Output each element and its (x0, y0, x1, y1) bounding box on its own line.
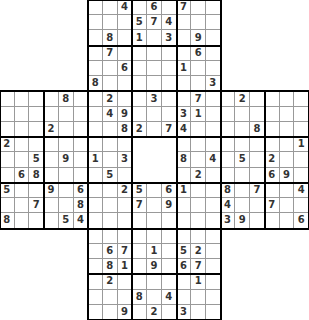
cell-r20c8[interactable] (103, 290, 118, 305)
cell-r7c4[interactable] (44, 91, 59, 106)
cell-r14c6[interactable]: 8 (74, 198, 89, 213)
cell-r20c15[interactable] (206, 290, 221, 305)
cell-r6c7[interactable]: 8 (88, 76, 103, 91)
cell-r21c8[interactable] (103, 305, 118, 320)
given-digit: 6 (165, 185, 172, 195)
cell-r7c11[interactable]: 3 (147, 91, 162, 106)
cell-r16c15[interactable] (206, 229, 221, 244)
cell-r12c2[interactable]: 6 (15, 168, 30, 183)
cell-r14c14[interactable] (191, 198, 206, 213)
cell-r8c6[interactable] (74, 107, 89, 122)
cell-r15c20[interactable] (280, 213, 295, 228)
cell-r12c21[interactable] (294, 168, 309, 183)
cell-r13c1[interactable]: 5 (0, 183, 15, 198)
cell-r1c14[interactable] (191, 0, 206, 15)
cell-r9c14[interactable] (191, 122, 206, 137)
cell-r7c1[interactable] (0, 91, 15, 106)
cell-r14c20[interactable] (280, 198, 295, 213)
cell-r8c3[interactable] (29, 107, 44, 122)
cell-r13c18[interactable]: 7 (250, 183, 265, 198)
cell-r11c14[interactable] (191, 152, 206, 167)
cell-r15c11[interactable] (147, 213, 162, 228)
cell-r16c11[interactable] (147, 229, 162, 244)
cell-r10c21[interactable]: 1 (294, 137, 309, 152)
cell-r15c8[interactable] (103, 213, 118, 228)
cell-r5c8[interactable] (103, 61, 118, 76)
cell-r12c14[interactable]: 2 (191, 168, 206, 183)
cell-r2c15[interactable] (206, 15, 221, 30)
cell-r1c9[interactable]: 4 (118, 0, 133, 15)
cell-r12c19[interactable]: 6 (265, 168, 280, 183)
cell-r9c13[interactable]: 4 (177, 122, 192, 137)
cell-r5c14[interactable] (191, 61, 206, 76)
cell-r9c18[interactable]: 8 (250, 122, 265, 137)
given-digit: 1 (92, 154, 99, 164)
cell-r15c21[interactable]: 6 (294, 213, 309, 228)
cell-r13c13[interactable]: 1 (177, 183, 192, 198)
cell-r3c10[interactable]: 1 (132, 30, 147, 45)
cell-r3c9[interactable] (118, 30, 133, 45)
given-digit: 7 (165, 124, 172, 134)
cell-r21c13[interactable]: 3 (177, 305, 192, 320)
cell-r18c15[interactable] (206, 259, 221, 274)
cell-r9c9[interactable]: 8 (118, 122, 133, 137)
cell-r14c5[interactable] (59, 198, 74, 213)
given-digit: 1 (151, 246, 158, 256)
cell-r8c5[interactable] (59, 107, 74, 122)
cell-r20c13[interactable] (177, 290, 192, 305)
cell-r12c16[interactable] (221, 168, 236, 183)
cell-r7c19[interactable] (265, 91, 280, 106)
given-digit: 3 (180, 109, 187, 119)
cell-r4c11[interactable] (147, 46, 162, 61)
cell-r15c1[interactable]: 8 (0, 213, 15, 228)
cell-r17c10[interactable] (132, 244, 147, 259)
cell-r5c13[interactable]: 1 (177, 61, 192, 76)
cell-r14c16[interactable]: 4 (221, 198, 236, 213)
cell-r10c14[interactable] (191, 137, 206, 152)
cell-r7c7[interactable] (88, 91, 103, 106)
cell-r2c13[interactable] (177, 15, 192, 30)
cell-r1c7[interactable] (88, 0, 103, 15)
cell-r18c9[interactable]: 1 (118, 259, 133, 274)
cell-r7c20[interactable] (280, 91, 295, 106)
cell-r11c6[interactable] (74, 152, 89, 167)
cell-r13c8[interactable] (103, 183, 118, 198)
cell-r16c13[interactable] (177, 229, 192, 244)
cell-r13c6[interactable]: 6 (74, 183, 89, 198)
cell-r8c15[interactable] (206, 107, 221, 122)
given-digit: 2 (3, 139, 10, 149)
cell-r8c4[interactable] (44, 107, 59, 122)
cell-r3c15[interactable] (206, 30, 221, 45)
cell-r12c3[interactable]: 8 (29, 168, 44, 183)
cell-r2c7[interactable] (88, 15, 103, 30)
cell-r13c4[interactable]: 9 (44, 183, 59, 198)
cell-r8c16[interactable] (221, 107, 236, 122)
cell-r10c7[interactable] (88, 137, 103, 152)
cell-r9c15[interactable] (206, 122, 221, 137)
cell-r19c7[interactable] (88, 274, 103, 289)
cell-r17c11[interactable]: 1 (147, 244, 162, 259)
cell-r4c12[interactable] (162, 46, 177, 61)
cell-r11c5[interactable]: 9 (59, 152, 74, 167)
cell-r14c12[interactable]: 9 (162, 198, 177, 213)
cell-r2c12[interactable]: 4 (162, 15, 177, 30)
cell-r13c19[interactable] (265, 183, 280, 198)
cell-r11c8[interactable] (103, 152, 118, 167)
cell-r17c12[interactable] (162, 244, 177, 259)
cell-r8c13[interactable]: 3 (177, 107, 192, 122)
cell-r8c9[interactable]: 9 (118, 107, 133, 122)
cell-r8c20[interactable] (280, 107, 295, 122)
cell-r19c11[interactable] (147, 274, 162, 289)
cell-r10c15[interactable] (206, 137, 221, 152)
cell-r18c7[interactable] (88, 259, 103, 274)
cell-r6c9[interactable] (118, 76, 133, 91)
cell-r13c17[interactable] (235, 183, 250, 198)
cell-r17c9[interactable]: 7 (118, 244, 133, 259)
cell-r18c14[interactable]: 7 (191, 259, 206, 274)
cell-r1c11[interactable]: 6 (147, 0, 162, 15)
cell-r15c17[interactable]: 9 (235, 213, 250, 228)
cell-r9c3[interactable] (29, 122, 44, 137)
cell-r20c9[interactable] (118, 290, 133, 305)
cell-r11c20[interactable] (280, 152, 295, 167)
cell-r10c3[interactable] (29, 137, 44, 152)
cell-r10c19[interactable] (265, 137, 280, 152)
cell-r10c5[interactable] (59, 137, 74, 152)
cell-r7c16[interactable] (221, 91, 236, 106)
cell-r19c13[interactable] (177, 274, 192, 289)
cell-r15c9[interactable] (118, 213, 133, 228)
given-digit: 6 (268, 170, 275, 180)
cell-r20c10[interactable]: 8 (132, 290, 147, 305)
cell-r12c13[interactable] (177, 168, 192, 183)
cell-r9c1[interactable] (0, 122, 15, 137)
cell-r13c12[interactable]: 6 (162, 183, 177, 198)
cell-r7c3[interactable] (29, 91, 44, 106)
cell-r11c19[interactable]: 2 (265, 152, 280, 167)
cell-r19c8[interactable]: 2 (103, 274, 118, 289)
cell-r7c10[interactable] (132, 91, 147, 106)
cell-r14c15[interactable] (206, 198, 221, 213)
cell-r16c8[interactable] (103, 229, 118, 244)
cell-r21c15[interactable] (206, 305, 221, 320)
cell-r2c9[interactable] (118, 15, 133, 30)
cell-r12c7[interactable] (88, 168, 103, 183)
cell-r11c15[interactable]: 4 (206, 152, 221, 167)
cell-r4c13[interactable] (177, 46, 192, 61)
cell-r9c4[interactable]: 2 (44, 122, 59, 137)
cell-r11c3[interactable]: 5 (29, 152, 44, 167)
cell-r6c11[interactable] (147, 76, 162, 91)
cell-r13c7[interactable] (88, 183, 103, 198)
cell-r10c20[interactable] (280, 137, 295, 152)
cell-r12c4[interactable] (44, 168, 59, 183)
cell-r13c16[interactable]: 8 (221, 183, 236, 198)
cell-r4c10[interactable] (132, 46, 147, 61)
cell-r14c9[interactable] (118, 198, 133, 213)
cell-r3c11[interactable] (147, 30, 162, 45)
cell-r15c13[interactable] (177, 213, 192, 228)
cell-r9c12[interactable]: 7 (162, 122, 177, 137)
cell-r3c12[interactable]: 3 (162, 30, 177, 45)
given-digit: 4 (209, 154, 216, 164)
cell-r1c13[interactable]: 7 (177, 0, 192, 15)
cell-r7c21[interactable] (294, 91, 309, 106)
cell-r6c8[interactable] (103, 76, 118, 91)
cell-r14c17[interactable] (235, 198, 250, 213)
cell-r15c16[interactable]: 3 (221, 213, 236, 228)
cell-r4c7[interactable] (88, 46, 103, 61)
cell-r12c20[interactable]: 9 (280, 168, 295, 183)
cell-r7c9[interactable] (118, 91, 133, 106)
cell-r16c10[interactable] (132, 229, 147, 244)
cell-r19c10[interactable] (132, 274, 147, 289)
cell-r16c12[interactable] (162, 229, 177, 244)
cell-r21c9[interactable]: 9 (118, 305, 133, 320)
cell-r9c7[interactable] (88, 122, 103, 137)
cell-r12c8[interactable]: 5 (103, 168, 118, 183)
cell-r5c15[interactable] (206, 61, 221, 76)
cell-r9c10[interactable]: 2 (132, 122, 147, 137)
given-digit: 8 (106, 261, 113, 271)
cell-r8c19[interactable] (265, 107, 280, 122)
cell-r18c11[interactable]: 9 (147, 259, 162, 274)
cell-r14c3[interactable]: 7 (29, 198, 44, 213)
cell-r18c12[interactable] (162, 259, 177, 274)
cell-r13c20[interactable] (280, 183, 295, 198)
cell-r15c7[interactable] (88, 213, 103, 228)
cell-r9c6[interactable] (74, 122, 89, 137)
cell-r11c13[interactable]: 8 (177, 152, 192, 167)
cell-r19c14[interactable]: 1 (191, 274, 206, 289)
cell-r13c10[interactable]: 5 (132, 183, 147, 198)
cell-r13c2[interactable] (15, 183, 30, 198)
cell-r8c17[interactable] (235, 107, 250, 122)
cell-r3c7[interactable] (88, 30, 103, 45)
cell-r10c1[interactable]: 2 (0, 137, 15, 152)
cell-r14c18[interactable] (250, 198, 265, 213)
cell-r12c1[interactable] (0, 168, 15, 183)
cell-r5c10[interactable] (132, 61, 147, 76)
cell-r21c12[interactable] (162, 305, 177, 320)
cell-r14c7[interactable] (88, 198, 103, 213)
cell-r1c15[interactable] (206, 0, 221, 15)
cell-r11c16[interactable] (221, 152, 236, 167)
cell-r10c16[interactable] (221, 137, 236, 152)
cell-r5c12[interactable] (162, 61, 177, 76)
cell-r3c14[interactable]: 9 (191, 30, 206, 45)
given-digit: 8 (62, 94, 69, 104)
cell-r14c11[interactable] (147, 198, 162, 213)
cell-r1c8[interactable] (103, 0, 118, 15)
cell-r15c14[interactable] (191, 213, 206, 228)
cell-r19c12[interactable] (162, 274, 177, 289)
cell-r8c7[interactable] (88, 107, 103, 122)
cell-r6c10[interactable] (132, 76, 147, 91)
cell-r9c20[interactable] (280, 122, 295, 137)
cell-r21c11[interactable]: 2 (147, 305, 162, 320)
cell-r15c3[interactable] (29, 213, 44, 228)
cell-r9c16[interactable] (221, 122, 236, 137)
cell-r3c13[interactable] (177, 30, 192, 45)
cell-r11c2[interactable] (15, 152, 30, 167)
cell-r6c12[interactable] (162, 76, 177, 91)
cell-r10c9[interactable] (118, 137, 133, 152)
cell-r16c9[interactable] (118, 229, 133, 244)
cell-r13c5[interactable] (59, 183, 74, 198)
cell-r7c15[interactable] (206, 91, 221, 106)
cell-r8c11[interactable] (147, 107, 162, 122)
cell-r10c8[interactable] (103, 137, 118, 152)
cell-r7c8[interactable]: 2 (103, 91, 118, 106)
cell-r5c11[interactable] (147, 61, 162, 76)
cell-r13c9[interactable]: 2 (118, 183, 133, 198)
cell-r13c21[interactable]: 4 (294, 183, 309, 198)
cell-r21c7[interactable] (88, 305, 103, 320)
cell-r12c5[interactable] (59, 168, 74, 183)
cell-r20c14[interactable] (191, 290, 206, 305)
cell-r10c4[interactable] (44, 137, 59, 152)
cell-r11c7[interactable]: 1 (88, 152, 103, 167)
cell-r9c17[interactable] (235, 122, 250, 137)
cell-r18c10[interactable] (132, 259, 147, 274)
cell-r15c2[interactable] (15, 213, 30, 228)
cell-r15c12[interactable] (162, 213, 177, 228)
cell-r10c6[interactable] (74, 137, 89, 152)
cell-r13c15[interactable] (206, 183, 221, 198)
given-digit: 9 (62, 154, 69, 164)
cell-r4c8[interactable]: 7 (103, 46, 118, 61)
cell-r14c21[interactable] (294, 198, 309, 213)
cell-r2c10[interactable]: 5 (132, 15, 147, 30)
cell-r14c8[interactable] (103, 198, 118, 213)
cell-r9c11[interactable] (147, 122, 162, 137)
cell-r8c10[interactable] (132, 107, 147, 122)
cell-r12c9[interactable] (118, 168, 133, 183)
cell-r12c6[interactable] (74, 168, 89, 183)
cell-r14c19[interactable]: 7 (265, 198, 280, 213)
cell-r17c14[interactable]: 2 (191, 244, 206, 259)
cell-r2c11[interactable]: 7 (147, 15, 162, 30)
cell-r14c13[interactable] (177, 198, 192, 213)
cell-r13c14[interactable] (191, 183, 206, 198)
cell-r6c14[interactable] (191, 76, 206, 91)
cell-r17c15[interactable] (206, 244, 221, 259)
cell-r20c11[interactable] (147, 290, 162, 305)
cell-r4c14[interactable]: 6 (191, 46, 206, 61)
cell-r15c15[interactable] (206, 213, 221, 228)
cell-r10c18[interactable] (250, 137, 265, 152)
cell-r2c14[interactable] (191, 15, 206, 30)
cell-r17c7[interactable] (88, 244, 103, 259)
cell-r11c18[interactable] (250, 152, 265, 167)
cell-r7c17[interactable]: 2 (235, 91, 250, 106)
cell-r7c2[interactable] (15, 91, 30, 106)
cell-r14c2[interactable] (15, 198, 30, 213)
cell-r10c13[interactable] (177, 137, 192, 152)
cell-r11c21[interactable] (294, 152, 309, 167)
cell-r15c10[interactable] (132, 213, 147, 228)
cell-r15c4[interactable] (44, 213, 59, 228)
cell-r7c5[interactable]: 8 (59, 91, 74, 106)
cell-r9c19[interactable] (265, 122, 280, 137)
cell-r20c7[interactable] (88, 290, 103, 305)
cell-r2c8[interactable] (103, 15, 118, 30)
cell-r15c5[interactable]: 5 (59, 213, 74, 228)
cell-r8c21[interactable] (294, 107, 309, 122)
cell-r11c1[interactable] (0, 152, 15, 167)
cell-r10c17[interactable] (235, 137, 250, 152)
cell-r8c14[interactable]: 1 (191, 107, 206, 122)
cell-r8c8[interactable]: 4 (103, 107, 118, 122)
cell-r15c18[interactable] (250, 213, 265, 228)
cell-r8c12[interactable] (162, 107, 177, 122)
cell-r5c9[interactable]: 6 (118, 61, 133, 76)
cell-r11c4[interactable] (44, 152, 59, 167)
given-digit: 7 (33, 200, 40, 210)
cell-r19c15[interactable] (206, 274, 221, 289)
cell-r4c9[interactable] (118, 46, 133, 61)
cell-r5c7[interactable] (88, 61, 103, 76)
cell-r14c1[interactable] (0, 198, 15, 213)
cell-r3c8[interactable]: 8 (103, 30, 118, 45)
cell-r21c14[interactable] (191, 305, 206, 320)
cell-r8c2[interactable] (15, 107, 30, 122)
cell-r9c21[interactable] (294, 122, 309, 137)
cell-r1c10[interactable] (132, 0, 147, 15)
cell-r7c18[interactable] (250, 91, 265, 106)
cell-r9c8[interactable] (103, 122, 118, 137)
cell-r14c10[interactable]: 7 (132, 198, 147, 213)
cell-r7c14[interactable]: 7 (191, 91, 206, 106)
cell-r4c15[interactable] (206, 46, 221, 61)
cell-r16c14[interactable] (191, 229, 206, 244)
cell-r11c9[interactable]: 3 (118, 152, 133, 167)
cell-r6c15[interactable]: 3 (206, 76, 221, 91)
cell-r17c13[interactable]: 5 (177, 244, 192, 259)
cell-r15c6[interactable]: 4 (74, 213, 89, 228)
cell-r10c2[interactable] (15, 137, 30, 152)
cell-r8c18[interactable] (250, 107, 265, 122)
cell-r17c8[interactable]: 6 (103, 244, 118, 259)
cell-r18c8[interactable]: 8 (103, 259, 118, 274)
cell-r9c2[interactable] (15, 122, 30, 137)
cell-r16c7[interactable] (88, 229, 103, 244)
cell-r12c17[interactable] (235, 168, 250, 183)
cell-r11c17[interactable]: 5 (235, 152, 250, 167)
cell-r7c12[interactable] (162, 91, 177, 106)
cell-r9c5[interactable] (59, 122, 74, 137)
cell-r20c12[interactable]: 4 (162, 290, 177, 305)
cell-r14c4[interactable] (44, 198, 59, 213)
cell-r1c12[interactable] (162, 0, 177, 15)
cell-r12c18[interactable] (250, 168, 265, 183)
cell-r15c19[interactable] (265, 213, 280, 228)
cell-r18c13[interactable]: 6 (177, 259, 192, 274)
cell-r19c9[interactable] (118, 274, 133, 289)
cell-r8c1[interactable] (0, 107, 15, 122)
cell-r6c13[interactable] (177, 76, 192, 91)
cell-r13c3[interactable] (29, 183, 44, 198)
cell-r7c6[interactable] (74, 91, 89, 106)
cell-r12c15[interactable] (206, 168, 221, 183)
cell-r21c10[interactable] (132, 305, 147, 320)
cell-r7c13[interactable] (177, 91, 192, 106)
cell-r13c11[interactable] (147, 183, 162, 198)
